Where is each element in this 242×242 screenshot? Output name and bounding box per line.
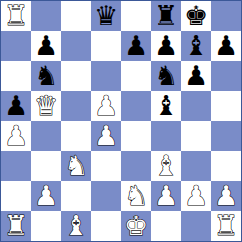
square-b6[interactable]: ♞ xyxy=(31,61,61,91)
square-g4[interactable] xyxy=(181,121,211,151)
square-a8[interactable]: ♜ xyxy=(1,1,31,31)
piece-white-pawn: ♟ xyxy=(34,181,58,211)
piece-black-king: ♚ xyxy=(184,1,208,31)
piece-white-queen: ♛ xyxy=(34,91,58,121)
square-f6[interactable]: ♞ xyxy=(151,61,181,91)
square-a5[interactable]: ♟ xyxy=(1,91,31,121)
piece-white-pawn: ♟ xyxy=(154,181,178,211)
square-f8[interactable]: ♜ xyxy=(151,1,181,31)
piece-white-pawn: ♟ xyxy=(94,121,118,151)
piece-black-pawn: ♟ xyxy=(124,31,148,61)
square-h2[interactable]: ♟ xyxy=(211,181,241,211)
square-g5[interactable] xyxy=(181,91,211,121)
square-g1[interactable] xyxy=(181,211,211,241)
square-d7[interactable] xyxy=(91,31,121,61)
square-h7[interactable]: ♟ xyxy=(211,31,241,61)
piece-black-pawn: ♟ xyxy=(34,31,58,61)
square-a7[interactable] xyxy=(1,31,31,61)
square-g6[interactable]: ♟ xyxy=(181,61,211,91)
square-a6[interactable] xyxy=(1,61,31,91)
piece-white-knight: ♞ xyxy=(124,181,148,211)
square-a2[interactable] xyxy=(1,181,31,211)
square-b2[interactable]: ♟ xyxy=(31,181,61,211)
square-h8[interactable] xyxy=(211,1,241,31)
square-h5[interactable] xyxy=(211,91,241,121)
square-e8[interactable] xyxy=(121,1,151,31)
chess-app: ♜♛♜♚♟♟♟♝♟♞♞♟♟♛♟♝♟♟♞♝♟♞♟♟♟♜♝♚♜ xyxy=(0,0,242,242)
square-c2[interactable] xyxy=(61,181,91,211)
piece-white-bishop: ♝ xyxy=(154,151,178,181)
square-c4[interactable] xyxy=(61,121,91,151)
square-d8[interactable]: ♛ xyxy=(91,1,121,31)
square-e5[interactable] xyxy=(121,91,151,121)
piece-white-knight: ♞ xyxy=(64,151,88,181)
square-h3[interactable] xyxy=(211,151,241,181)
square-d1[interactable] xyxy=(91,211,121,241)
piece-white-rook: ♜ xyxy=(4,1,28,31)
square-a4[interactable]: ♟ xyxy=(1,121,31,151)
square-c5[interactable] xyxy=(61,91,91,121)
piece-black-pawn: ♟ xyxy=(184,61,208,91)
square-d4[interactable]: ♟ xyxy=(91,121,121,151)
square-a3[interactable] xyxy=(1,151,31,181)
square-d3[interactable] xyxy=(91,151,121,181)
piece-white-bishop: ♝ xyxy=(64,211,88,241)
piece-black-pawn: ♟ xyxy=(154,31,178,61)
square-c3[interactable]: ♞ xyxy=(61,151,91,181)
square-e3[interactable] xyxy=(121,151,151,181)
square-f1[interactable] xyxy=(151,211,181,241)
square-b8[interactable] xyxy=(31,1,61,31)
square-f5[interactable]: ♝ xyxy=(151,91,181,121)
piece-white-pawn: ♟ xyxy=(184,181,208,211)
square-b5[interactable]: ♛ xyxy=(31,91,61,121)
square-e6[interactable] xyxy=(121,61,151,91)
square-e1[interactable]: ♚ xyxy=(121,211,151,241)
square-e4[interactable] xyxy=(121,121,151,151)
square-e2[interactable]: ♞ xyxy=(121,181,151,211)
piece-black-bishop: ♝ xyxy=(184,31,208,61)
square-g2[interactable]: ♟ xyxy=(181,181,211,211)
square-g7[interactable]: ♝ xyxy=(181,31,211,61)
square-f7[interactable]: ♟ xyxy=(151,31,181,61)
piece-black-bishop: ♝ xyxy=(154,91,178,121)
square-h1[interactable]: ♜ xyxy=(211,211,241,241)
square-g3[interactable] xyxy=(181,151,211,181)
square-h4[interactable] xyxy=(211,121,241,151)
square-c1[interactable]: ♝ xyxy=(61,211,91,241)
piece-black-rook: ♜ xyxy=(154,1,178,31)
piece-white-rook: ♜ xyxy=(214,211,238,241)
square-d2[interactable] xyxy=(91,181,121,211)
square-g8[interactable]: ♚ xyxy=(181,1,211,31)
square-h6[interactable] xyxy=(211,61,241,91)
square-f4[interactable] xyxy=(151,121,181,151)
square-c7[interactable] xyxy=(61,31,91,61)
square-c8[interactable] xyxy=(61,1,91,31)
piece-black-knight: ♞ xyxy=(34,61,58,91)
square-f3[interactable]: ♝ xyxy=(151,151,181,181)
chess-board: ♜♛♜♚♟♟♟♝♟♞♞♟♟♛♟♝♟♟♞♝♟♞♟♟♟♜♝♚♜ xyxy=(0,0,242,242)
piece-white-pawn: ♟ xyxy=(4,121,28,151)
piece-white-pawn: ♟ xyxy=(94,91,118,121)
square-d6[interactable] xyxy=(91,61,121,91)
square-b4[interactable] xyxy=(31,121,61,151)
square-b1[interactable] xyxy=(31,211,61,241)
square-b3[interactable] xyxy=(31,151,61,181)
square-e7[interactable]: ♟ xyxy=(121,31,151,61)
square-c6[interactable] xyxy=(61,61,91,91)
piece-white-rook: ♜ xyxy=(4,211,28,241)
piece-black-queen: ♛ xyxy=(94,1,118,31)
square-d5[interactable]: ♟ xyxy=(91,91,121,121)
piece-black-pawn: ♟ xyxy=(214,31,238,61)
piece-white-king: ♚ xyxy=(124,211,148,241)
piece-black-pawn: ♟ xyxy=(4,91,28,121)
piece-white-pawn: ♟ xyxy=(214,181,238,211)
square-f2[interactable]: ♟ xyxy=(151,181,181,211)
square-a1[interactable]: ♜ xyxy=(1,211,31,241)
piece-black-knight: ♞ xyxy=(154,61,178,91)
square-b7[interactable]: ♟ xyxy=(31,31,61,61)
